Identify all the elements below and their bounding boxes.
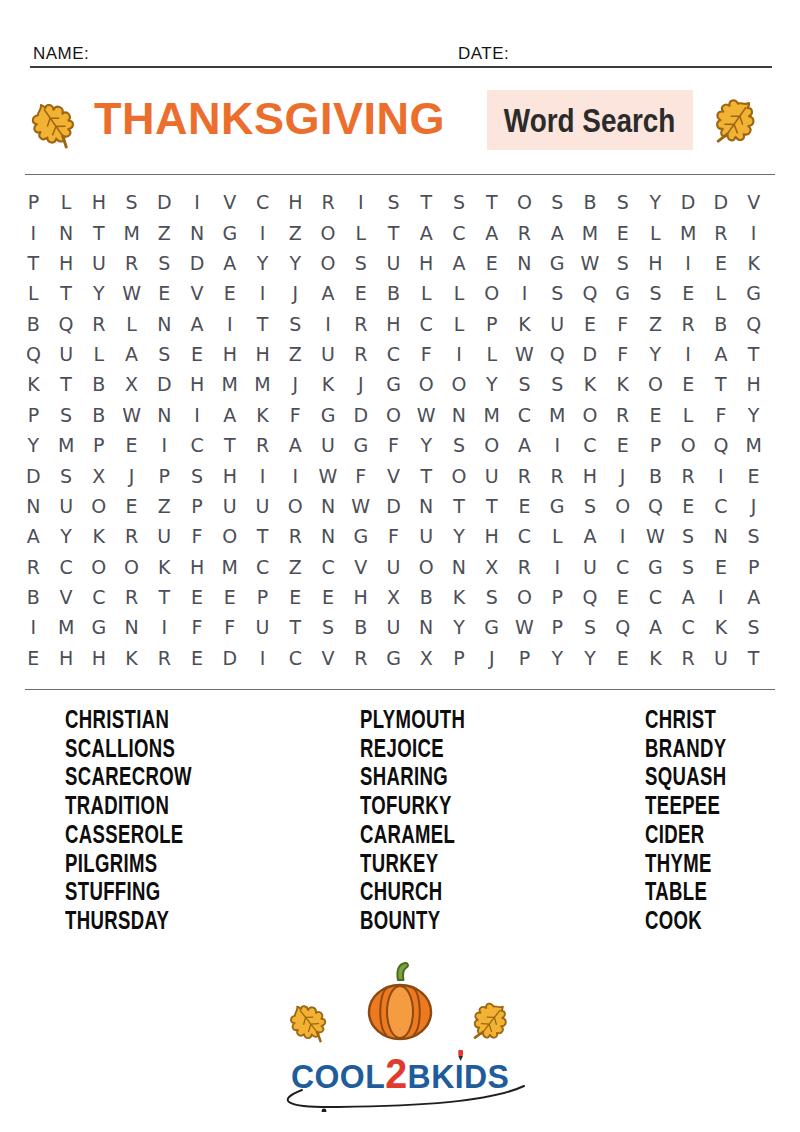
grid-cell-r3c10: O [312, 248, 345, 278]
grid-cell-r12c7: O [213, 521, 246, 551]
word-list-column-1: CHRISTIANSCALLIONSSCARECROWTRADITIONCASS… [65, 705, 246, 935]
grid-cell-r13c22: E [705, 552, 738, 582]
grid-cell-r4c16: I [508, 278, 541, 308]
word-item: CHRISTIAN [65, 705, 192, 734]
grid-cell-r6c14: I [443, 339, 476, 369]
grid-cell-r11c13: N [410, 491, 443, 521]
grid-cell-r1c13: T [410, 187, 443, 217]
grid-cell-r8c10: G [312, 400, 345, 430]
grid-cell-r6c2: U [50, 339, 83, 369]
grid-cell-r14c16: O [508, 582, 541, 612]
grid-cell-r13c2: C [50, 552, 83, 582]
grid-cell-r1c1: P [17, 187, 50, 217]
grid-cell-r16c9: C [279, 643, 312, 673]
grid-cell-r16c17: Y [541, 643, 574, 673]
grid-cell-r1c4: S [115, 187, 148, 217]
word-item: BOUNTY [360, 906, 465, 935]
grid-cell-r11c16: E [508, 491, 541, 521]
page-title: THANKSGIVING [94, 86, 445, 152]
grid-cell-r4c2: T [50, 278, 83, 308]
grid-cell-r14c9: E [279, 582, 312, 612]
grid-cell-r8c9: F [279, 400, 312, 430]
grid-cell-r1c19: S [606, 187, 639, 217]
grid-cell-r6c4: A [115, 339, 148, 369]
grid-cell-r1c9: H [279, 187, 312, 217]
grid-cell-r13c4: O [115, 552, 148, 582]
grid-cell-r16c7: D [213, 643, 246, 673]
grid-cell-r10c10: W [312, 460, 345, 490]
grid-cell-r16c13: X [410, 643, 443, 673]
grid-cell-r13c23: P [737, 552, 770, 582]
grid-cell-r10c2: S [50, 460, 83, 490]
grid-cell-r2c13: A [410, 217, 443, 247]
grid-cell-r3c4: R [115, 248, 148, 278]
grid-cell-r12c5: U [148, 521, 181, 551]
grid-cell-r5c16: K [508, 309, 541, 339]
grid-cell-r13c9: Z [279, 552, 312, 582]
grid-cell-r4c12: B [377, 278, 410, 308]
grid-cell-r8c18: O [574, 400, 607, 430]
grid-cell-r16c4: K [115, 643, 148, 673]
grid-cell-r10c16: R [508, 460, 541, 490]
word-item: REJOICE [360, 734, 465, 763]
grid-cell-r16c18: Y [574, 643, 607, 673]
grid-cell-r7c13: O [410, 369, 443, 399]
grid-cell-r15c5: I [148, 612, 181, 642]
word-item: CHURCH [360, 877, 465, 906]
grid-cell-r10c23: E [737, 460, 770, 490]
grid-cell-r6c20: Y [639, 339, 672, 369]
grid-cell-r1c7: V [213, 187, 246, 217]
grid-cell-r13c21: S [672, 552, 705, 582]
grid-cell-r15c4: N [115, 612, 148, 642]
grid-cell-r3c22: E [705, 248, 738, 278]
grid-cell-r6c1: Q [17, 339, 50, 369]
grid-cell-r5c1: B [17, 309, 50, 339]
grid-cell-r3c14: A [443, 248, 476, 278]
word-item: COOK [645, 906, 726, 935]
grid-cell-r15c10: S [312, 612, 345, 642]
grid-cell-r7c3: B [82, 369, 115, 399]
grid-cell-r2c8: I [246, 217, 279, 247]
grid-cell-r2c18: M [574, 217, 607, 247]
grid-cell-r10c4: J [115, 460, 148, 490]
grid-cell-r5c21: R [672, 309, 705, 339]
grid-cell-r9c16: A [508, 430, 541, 460]
grid-cell-r16c1: E [17, 643, 50, 673]
grid-cell-r7c12: G [377, 369, 410, 399]
grid-cell-r8c3: B [82, 400, 115, 430]
grid-cell-r9c17: I [541, 430, 574, 460]
grid-cell-r15c9: T [279, 612, 312, 642]
grid-cell-r5c23: Q [737, 309, 770, 339]
grid-cell-r3c12: U [377, 248, 410, 278]
name-date-row: NAME: DATE: [30, 42, 772, 68]
grid-cell-r4c13: L [410, 278, 443, 308]
grid-cell-r4c14: L [443, 278, 476, 308]
grid-cell-r7c15: Y [475, 369, 508, 399]
grid-cell-r16c20: K [639, 643, 672, 673]
grid-cell-r10c12: V [377, 460, 410, 490]
word-item: THYME [645, 849, 726, 878]
grid-cell-r2c11: L [344, 217, 377, 247]
grid-cell-r13c12: U [377, 552, 410, 582]
grid-cell-r13c18: U [574, 552, 607, 582]
grid-cell-r4c23: G [737, 278, 770, 308]
grid-cell-r13c6: H [181, 552, 214, 582]
word-item: CARAMEL [360, 820, 465, 849]
grid-cell-r15c23: S [737, 612, 770, 642]
grid-cell-r9c18: C [574, 430, 607, 460]
grid-cell-r9c9: A [279, 430, 312, 460]
word-item: SHARING [360, 762, 465, 791]
grid-cell-r12c13: U [410, 521, 443, 551]
grid-cell-r12c21: S [672, 521, 705, 551]
grid-cell-r14c8: P [246, 582, 279, 612]
grid-cell-r16c5: R [148, 643, 181, 673]
grid-cell-r16c8: I [246, 643, 279, 673]
grid-cell-r6c8: H [246, 339, 279, 369]
grid-cell-r8c13: W [410, 400, 443, 430]
grid-cell-r8c22: F [705, 400, 738, 430]
worksheet-page: NAME: DATE: THANKSGIVING Word Search PLH… [0, 0, 800, 1132]
grid-cell-r3c21: I [672, 248, 705, 278]
grid-cell-r1c12: S [377, 187, 410, 217]
word-item: SQUASH [645, 762, 726, 791]
grid-cell-r5c18: E [574, 309, 607, 339]
grid-cell-r11c22: C [705, 491, 738, 521]
grid-cell-r16c16: P [508, 643, 541, 673]
grid-cell-r9c4: E [115, 430, 148, 460]
name-label: NAME: [33, 44, 89, 64]
word-item: TRADITION [65, 791, 192, 820]
word-item: PILGRIMS [65, 849, 192, 878]
grid-cell-r2c17: A [541, 217, 574, 247]
grid-cell-r15c7: F [213, 612, 246, 642]
word-list-column-3: CHRISTBRANDYSQUASHTEEPEECIDERTHYMETABLEC… [645, 705, 761, 935]
grid-cell-r9c5: I [148, 430, 181, 460]
grid-cell-r9c10: U [312, 430, 345, 460]
grid-cell-r14c15: S [475, 582, 508, 612]
word-item: BRANDY [645, 734, 726, 763]
top-divider [25, 174, 775, 175]
grid-cell-r5c12: H [377, 309, 410, 339]
grid-cell-r1c6: I [181, 187, 214, 217]
grid-cell-r4c8: I [246, 278, 279, 308]
word-item: CHRIST [645, 705, 726, 734]
grid-cell-r12c19: I [606, 521, 639, 551]
grid-cell-r15c1: I [17, 612, 50, 642]
grid-cell-r11c3: O [82, 491, 115, 521]
grid-cell-r1c21: D [672, 187, 705, 217]
grid-cell-r14c4: R [115, 582, 148, 612]
grid-cell-r2c19: E [606, 217, 639, 247]
grid-cell-r12c3: K [82, 521, 115, 551]
grid-cell-r13c3: O [82, 552, 115, 582]
grid-cell-r6c23: T [737, 339, 770, 369]
grid-cell-r4c17: S [541, 278, 574, 308]
grid-cell-r9c6: C [181, 430, 214, 460]
grid-cell-r2c6: N [181, 217, 214, 247]
grid-cell-r7c8: M [246, 369, 279, 399]
grid-cell-r7c17: S [541, 369, 574, 399]
grid-cell-r11c9: O [279, 491, 312, 521]
grid-cell-r8c1: P [17, 400, 50, 430]
grid-cell-r12c15: H [475, 521, 508, 551]
grid-cell-r13c13: O [410, 552, 443, 582]
grid-cell-r6c11: R [344, 339, 377, 369]
grid-cell-r7c19: K [606, 369, 639, 399]
grid-cell-r7c2: T [50, 369, 83, 399]
grid-cell-r12c20: W [639, 521, 672, 551]
grid-cell-r1c20: Y [639, 187, 672, 217]
grid-cell-r4c22: L [705, 278, 738, 308]
grid-cell-r3c8: Y [246, 248, 279, 278]
grid-cell-r4c11: E [344, 278, 377, 308]
grid-cell-r10c17: R [541, 460, 574, 490]
word-item: CIDER [645, 820, 726, 849]
pumpkin-icon [358, 960, 442, 1050]
grid-cell-r13c20: G [639, 552, 672, 582]
grid-cell-r13c8: C [246, 552, 279, 582]
word-item: STUFFING [65, 877, 192, 906]
grid-cell-r6c15: L [475, 339, 508, 369]
grid-cell-r5c7: I [213, 309, 246, 339]
word-item: THURSDAY [65, 906, 192, 935]
grid-cell-r9c8: R [246, 430, 279, 460]
grid-cell-r7c18: K [574, 369, 607, 399]
grid-cell-r15c20: A [639, 612, 672, 642]
grid-cell-r15c19: Q [606, 612, 639, 642]
grid-cell-r15c13: N [410, 612, 443, 642]
grid-cell-r16c11: R [344, 643, 377, 673]
grid-cell-r8c20: E [639, 400, 672, 430]
grid-cell-r5c15: P [475, 309, 508, 339]
grid-cell-r5c3: R [82, 309, 115, 339]
grid-cell-r6c6: E [181, 339, 214, 369]
grid-cell-r14c6: E [181, 582, 214, 612]
grid-cell-r1c18: B [574, 187, 607, 217]
grid-cell-r14c23: A [737, 582, 770, 612]
grid-cell-r6c5: S [148, 339, 181, 369]
grid-cell-r12c18: A [574, 521, 607, 551]
grid-cell-r6c9: Z [279, 339, 312, 369]
grid-cell-r1c14: S [443, 187, 476, 217]
title-row: THANKSGIVING Word Search [0, 86, 800, 156]
grid-cell-r16c2: H [50, 643, 83, 673]
grid-cell-r4c6: V [181, 278, 214, 308]
grid-cell-r11c10: N [312, 491, 345, 521]
grid-cell-r14c10: E [312, 582, 345, 612]
grid-cell-r5c19: F [606, 309, 639, 339]
grid-cell-r14c13: B [410, 582, 443, 612]
grid-cell-r8c12: O [377, 400, 410, 430]
grid-cell-r15c2: M [50, 612, 83, 642]
grid-cell-r11c5: Z [148, 491, 181, 521]
grid-cell-r16c6: E [181, 643, 214, 673]
grid-cell-r12c9: R [279, 521, 312, 551]
grid-cell-r10c3: X [82, 460, 115, 490]
grid-cell-r14c12: X [377, 582, 410, 612]
grid-cell-r7c22: T [705, 369, 738, 399]
word-item: TEEPEE [645, 791, 726, 820]
grid-cell-r13c7: M [213, 552, 246, 582]
grid-cell-r1c15: T [475, 187, 508, 217]
grid-cell-r14c7: E [213, 582, 246, 612]
oak-leaf-icon [458, 991, 523, 1056]
grid-cell-r8c15: M [475, 400, 508, 430]
grid-cell-r9c7: T [213, 430, 246, 460]
grid-cell-r15c16: W [508, 612, 541, 642]
grid-cell-r4c21: E [672, 278, 705, 308]
grid-cell-r16c12: G [377, 643, 410, 673]
grid-cell-r6c16: W [508, 339, 541, 369]
grid-cell-r9c14: S [443, 430, 476, 460]
grid-cell-r13c10: C [312, 552, 345, 582]
grid-cell-r9c21: O [672, 430, 705, 460]
grid-cell-r12c14: Y [443, 521, 476, 551]
grid-cell-r5c17: U [541, 309, 574, 339]
grid-cell-r8c4: W [115, 400, 148, 430]
grid-cell-r10c20: B [639, 460, 672, 490]
grid-cell-r1c22: D [705, 187, 738, 217]
grid-cell-r5c2: Q [50, 309, 83, 339]
grid-cell-r7c20: O [639, 369, 672, 399]
grid-cell-r2c9: Z [279, 217, 312, 247]
grid-cell-r16c22: U [705, 643, 738, 673]
grid-cell-r10c1: D [17, 460, 50, 490]
grid-cell-r13c15: X [475, 552, 508, 582]
grid-cell-r10c21: R [672, 460, 705, 490]
grid-cell-r5c13: C [410, 309, 443, 339]
grid-cell-r10c6: S [181, 460, 214, 490]
oak-leaf-icon [278, 991, 343, 1056]
grid-cell-r6c21: I [672, 339, 705, 369]
grid-cell-r2c3: T [82, 217, 115, 247]
grid-cell-r15c21: C [672, 612, 705, 642]
grid-cell-r10c15: U [475, 460, 508, 490]
grid-cell-r15c3: G [82, 612, 115, 642]
bottom-divider [25, 689, 775, 690]
grid-cell-r8c16: C [508, 400, 541, 430]
grid-cell-r14c18: Q [574, 582, 607, 612]
grid-cell-r3c15: E [475, 248, 508, 278]
grid-cell-r12c12: F [377, 521, 410, 551]
grid-cell-r7c5: D [148, 369, 181, 399]
grid-cell-r13c11: V [344, 552, 377, 582]
word-item: SCALLIONS [65, 734, 192, 763]
grid-cell-r13c16: R [508, 552, 541, 582]
grid-cell-r2c21: M [672, 217, 705, 247]
grid-cell-r2c14: C [443, 217, 476, 247]
grid-cell-r11c18: S [574, 491, 607, 521]
grid-cell-r8c8: K [246, 400, 279, 430]
grid-cell-r3c19: S [606, 248, 639, 278]
grid-cell-r9c23: M [737, 430, 770, 460]
word-search-label: Word Search [504, 101, 675, 140]
word-item: TURKEY [360, 849, 465, 878]
word-search-grid: PLHSDIVCHRISTSTOSBSYDDVINTMZNGIZOLTACARA… [17, 187, 770, 673]
grid-cell-r8c5: N [148, 400, 181, 430]
grid-cell-r5c8: T [246, 309, 279, 339]
grid-cell-r16c21: R [672, 643, 705, 673]
grid-cell-r4c19: G [606, 278, 639, 308]
grid-cell-r7c7: M [213, 369, 246, 399]
grid-cell-r15c14: Y [443, 612, 476, 642]
grid-cell-r8c6: I [181, 400, 214, 430]
grid-cell-r15c6: F [181, 612, 214, 642]
grid-cell-r3c3: U [82, 248, 115, 278]
grid-cell-r1c10: R [312, 187, 345, 217]
grid-cell-r14c20: C [639, 582, 672, 612]
grid-cell-r3c1: T [17, 248, 50, 278]
grid-cell-r12c2: Y [50, 521, 83, 551]
grid-cell-r14c11: H [344, 582, 377, 612]
grid-cell-r14c5: T [148, 582, 181, 612]
grid-cell-r15c11: B [344, 612, 377, 642]
grid-cell-r10c5: P [148, 460, 181, 490]
grid-cell-r7c10: K [312, 369, 345, 399]
word-item: TABLE [645, 877, 726, 906]
grid-cell-r3c20: H [639, 248, 672, 278]
grid-cell-r8c17: M [541, 400, 574, 430]
grid-cell-r5c5: N [148, 309, 181, 339]
grid-cell-r4c15: O [475, 278, 508, 308]
grid-cell-r14c22: I [705, 582, 738, 612]
grid-cell-r11c8: U [246, 491, 279, 521]
grid-cell-r2c4: M [115, 217, 148, 247]
grid-cell-r14c1: B [17, 582, 50, 612]
grid-cell-r10c11: F [344, 460, 377, 490]
grid-cell-r12c1: A [17, 521, 50, 551]
grid-cell-r6c12: C [377, 339, 410, 369]
grid-cell-r2c5: Z [148, 217, 181, 247]
grid-cell-r12c17: L [541, 521, 574, 551]
grid-cell-r16c10: V [312, 643, 345, 673]
grid-cell-r15c17: P [541, 612, 574, 642]
grid-cell-r16c23: T [737, 643, 770, 673]
grid-cell-r7c9: J [279, 369, 312, 399]
grid-cell-r15c18: S [574, 612, 607, 642]
grid-cell-r3c9: Y [279, 248, 312, 278]
logo-swoosh [268, 1084, 532, 1112]
grid-cell-r3c23: K [737, 248, 770, 278]
grid-cell-r2c1: I [17, 217, 50, 247]
grid-cell-r7c4: X [115, 369, 148, 399]
footer-art [0, 956, 800, 1056]
grid-cell-r7c16: S [508, 369, 541, 399]
grid-cell-r1c3: H [82, 187, 115, 217]
grid-cell-r5c14: L [443, 309, 476, 339]
grid-cell-r1c5: D [148, 187, 181, 217]
grid-cell-r5c22: B [705, 309, 738, 339]
grid-cell-r4c20: S [639, 278, 672, 308]
grid-cell-r2c16: R [508, 217, 541, 247]
grid-cell-r1c11: I [344, 187, 377, 217]
grid-cell-r6c10: U [312, 339, 345, 369]
grid-cell-r8c19: R [606, 400, 639, 430]
grid-cell-r16c14: P [443, 643, 476, 673]
grid-cell-r12c8: T [246, 521, 279, 551]
grid-cell-r4c3: Y [82, 278, 115, 308]
grid-cell-r4c1: L [17, 278, 50, 308]
grid-cell-r8c2: S [50, 400, 83, 430]
grid-cell-r16c15: J [475, 643, 508, 673]
grid-cell-r14c14: K [443, 582, 476, 612]
grid-cell-r2c2: N [50, 217, 83, 247]
grid-cell-r9c13: Y [410, 430, 443, 460]
word-search-badge: Word Search [487, 90, 693, 150]
